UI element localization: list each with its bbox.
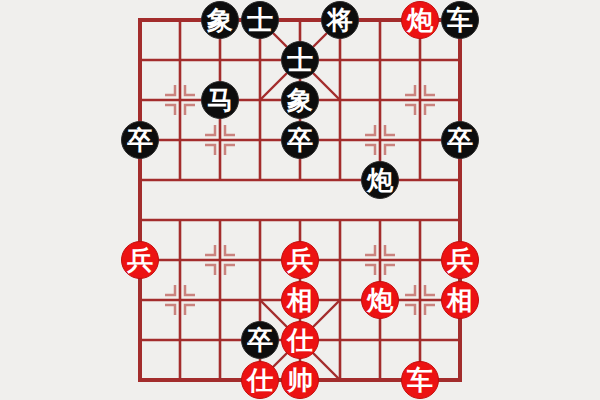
piece-glyph-red-elephant: 相 — [281, 281, 319, 319]
piece-glyph-black-pawn: 卒 — [241, 321, 279, 359]
piece-glyph-black-pawn: 卒 — [121, 121, 159, 159]
piece-glyph-red-chariot: 车 — [401, 361, 439, 399]
piece-glyph-red-advisor: 仕 — [241, 361, 279, 399]
piece-glyph-black-pawn: 卒 — [281, 121, 319, 159]
piece-black-horse[interactable]: 马 — [200, 80, 240, 120]
piece-glyph-red-advisor: 仕 — [281, 321, 319, 359]
piece-glyph-black-advisor: 士 — [241, 1, 279, 39]
piece-red-general[interactable]: 帅 — [280, 360, 320, 400]
piece-glyph-black-cannon: 炮 — [361, 161, 399, 199]
piece-glyph-red-general: 帅 — [281, 361, 319, 399]
piece-red-cannon[interactable]: 炮 — [360, 280, 400, 320]
piece-black-advisor[interactable]: 士 — [280, 40, 320, 80]
piece-glyph-black-pawn: 卒 — [441, 121, 479, 159]
piece-red-pawn[interactable]: 兵 — [440, 240, 480, 280]
piece-glyph-red-pawn: 兵 — [281, 241, 319, 279]
piece-red-elephant[interactable]: 相 — [440, 280, 480, 320]
piece-black-pawn[interactable]: 卒 — [280, 120, 320, 160]
piece-glyph-black-chariot: 车 — [441, 1, 479, 39]
piece-glyph-red-pawn: 兵 — [441, 241, 479, 279]
piece-black-advisor[interactable]: 士 — [240, 0, 280, 40]
piece-black-pawn[interactable]: 卒 — [120, 120, 160, 160]
piece-glyph-black-horse: 马 — [201, 81, 239, 119]
piece-black-elephant[interactable]: 象 — [280, 80, 320, 120]
piece-red-elephant[interactable]: 相 — [280, 280, 320, 320]
piece-red-pawn[interactable]: 兵 — [120, 240, 160, 280]
piece-layer: 象士将炮车士马象卒卒卒炮兵兵兵相炮相卒仕仕帅车 — [120, 0, 480, 400]
piece-glyph-red-cannon: 炮 — [361, 281, 399, 319]
piece-black-pawn[interactable]: 卒 — [440, 120, 480, 160]
piece-black-general[interactable]: 将 — [320, 0, 360, 40]
piece-red-cannon[interactable]: 炮 — [400, 0, 440, 40]
piece-glyph-red-cannon: 炮 — [401, 1, 439, 39]
piece-glyph-red-elephant: 相 — [441, 281, 479, 319]
piece-black-elephant[interactable]: 象 — [200, 0, 240, 40]
piece-glyph-black-advisor: 士 — [281, 41, 319, 79]
xiangqi-board[interactable]: 象士将炮车士马象卒卒卒炮兵兵兵相炮相卒仕仕帅车 — [0, 0, 600, 400]
piece-glyph-black-general: 将 — [321, 1, 359, 39]
piece-red-advisor[interactable]: 仕 — [240, 360, 280, 400]
piece-black-chariot[interactable]: 车 — [440, 0, 480, 40]
piece-black-cannon[interactable]: 炮 — [360, 160, 400, 200]
piece-glyph-red-pawn: 兵 — [121, 241, 159, 279]
piece-red-pawn[interactable]: 兵 — [280, 240, 320, 280]
piece-red-advisor[interactable]: 仕 — [280, 320, 320, 360]
piece-glyph-black-elephant: 象 — [281, 81, 319, 119]
piece-red-chariot[interactable]: 车 — [400, 360, 440, 400]
piece-black-pawn[interactable]: 卒 — [240, 320, 280, 360]
piece-glyph-black-elephant: 象 — [201, 1, 239, 39]
